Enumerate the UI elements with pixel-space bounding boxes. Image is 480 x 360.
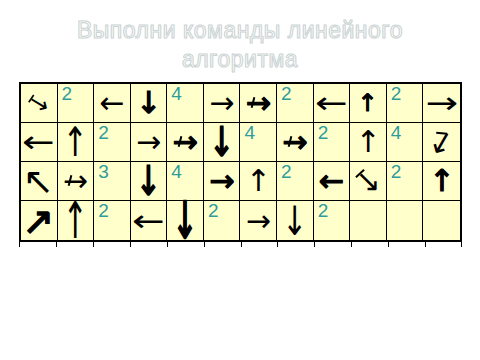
grid-line-stub (314, 242, 315, 247)
grid-cell-r3c8: 2 (277, 162, 314, 201)
arrow-down-right-crossed-icon: ↘ (355, 166, 380, 196)
step-count-label: 2 (98, 200, 109, 221)
step-count-label: 2 (62, 83, 73, 104)
arrow-up-icon: ↑ (358, 91, 378, 115)
slide-title: Выполни команды линейного алгоритма (0, 16, 480, 74)
grid-cell-r2c8: → (277, 123, 314, 162)
grid-cell-r2c2: ↑ (58, 123, 95, 162)
grid-cell-r4c1: ↗ (21, 201, 58, 240)
grid-line-stub (351, 242, 352, 247)
grid-cell-r1c4: ↓ (131, 84, 168, 123)
step-count-label: 2 (391, 161, 402, 182)
grid-cell-r4c10 (350, 201, 387, 240)
arrow-down-icon: ↓ (173, 195, 198, 246)
cross-stroke-icon (68, 175, 73, 186)
grid-cell-r4c7: → (240, 201, 277, 240)
step-count-label: 2 (208, 200, 219, 221)
grid-cell-r4c5: ↓ (167, 201, 204, 240)
arrow-right-crossed-icon: → (246, 88, 271, 118)
arrow-right-crossed-icon: → (173, 127, 198, 157)
arrow-down-icon: ↓ (282, 200, 307, 241)
grid-cell-r3c9: ← (314, 162, 351, 201)
arrow-right-icon: → (136, 127, 161, 157)
step-count-label: 2 (281, 161, 292, 182)
cross-stroke-icon (28, 95, 34, 103)
step-count-label: 2 (98, 122, 109, 143)
grid-cell-r1c12: → (423, 84, 460, 123)
grid-cell-r2c6: ↓ (204, 123, 241, 162)
grid-cell-r2c5: → (167, 123, 204, 162)
step-count-label: 2 (318, 122, 329, 143)
grid-line-stubs (19, 242, 462, 248)
arrow-up-icon: ↑ (429, 166, 454, 196)
grid-line-stub (56, 242, 57, 247)
grid-line-stub (204, 242, 205, 247)
grid-cell-r3c7: ↑ (240, 162, 277, 201)
arrow-left-icon: ← (99, 88, 124, 118)
step-count-label: 2 (318, 200, 329, 221)
grid-cell-r1c3: ← (94, 84, 131, 123)
arrow-up-icon: ↑ (355, 127, 380, 157)
grid-cell-r1c9: ← (314, 84, 351, 123)
grid-cell-r1c7: → (240, 84, 277, 123)
grid-cell-r2c10: ↑ (350, 123, 387, 162)
grid-cell-r4c11 (387, 201, 424, 240)
grid-cell-r3c11: 2 (387, 162, 424, 201)
grid-cell-r2c11: 4 (387, 123, 424, 162)
command-grid: ↘2←↓4→→2←↑2→←↑2→→↓4→2↑4↙↖→3↓4→↑2←↘2↑↗↑2←… (21, 84, 460, 240)
arrow-up-left-icon: ↖ (23, 162, 54, 200)
grid-cell-r4c4: ← (131, 201, 168, 240)
grid-line-stub (19, 242, 20, 247)
grid-line-stub (130, 242, 131, 247)
arrow-right-crossed-icon: → (282, 127, 307, 157)
step-count-label: 2 (281, 83, 292, 104)
grid-cell-r2c9: 2 (314, 123, 351, 162)
arrow-up-icon: ↑ (63, 122, 88, 163)
command-grid-frame: ↘2←↓4→→2←↑2→←↑2→→↓4→2↑4↙↖→3↓4→↑2←↘2↑↗↑2←… (19, 82, 462, 242)
grid-line-stub (241, 242, 242, 247)
grid-cell-r1c5: 4 (167, 84, 204, 123)
step-count-label: 4 (171, 161, 182, 182)
arrow-down-icon: ↓ (136, 88, 161, 118)
arrow-up-icon: ↑ (246, 166, 271, 196)
arrow-up-right-icon: ↗ (23, 202, 54, 240)
arrow-right-icon: → (209, 88, 234, 118)
arrow-right-icon: → (209, 166, 234, 196)
arrow-down-icon: ↓ (209, 122, 234, 163)
arrow-left-icon: ← (22, 127, 55, 157)
arrow-up-icon: ↑ (63, 195, 88, 246)
grid-cell-r4c6: 2 (204, 201, 241, 240)
grid-cell-r4c8: ↓ (277, 201, 314, 240)
grid-cell-r1c1: ↘ (21, 84, 58, 123)
cross-stroke-icon (178, 136, 183, 147)
grid-line-stub (93, 242, 94, 247)
slide-title-line1: Выполни команды линейного (0, 16, 480, 45)
grid-cell-r4c12 (423, 201, 460, 240)
grid-cell-r4c9: 2 (314, 201, 351, 240)
arrow-right-icon: → (246, 206, 271, 236)
grid-cell-r2c1: ← (21, 123, 58, 162)
grid-cell-r1c10: ↑ (350, 84, 387, 123)
arrow-down-icon: ↓ (136, 161, 161, 202)
step-count-label: 4 (244, 122, 255, 143)
slide-title-line2: алгоритма (0, 45, 480, 74)
grid-cell-r3c1: ↖ (21, 162, 58, 201)
arrow-right-icon: → (425, 88, 458, 118)
grid-line-stub (167, 242, 168, 247)
grid-cell-r2c12: ↙ (423, 123, 460, 162)
arrow-left-icon: ← (319, 166, 344, 196)
arrow-left-icon: ← (315, 88, 348, 118)
cross-stroke-icon (356, 169, 366, 178)
worksheet-slide: Выполни команды линейного алгоритма ↘2←↓… (0, 0, 480, 360)
arrow-down-right-crossed-icon: ↘ (26, 89, 51, 117)
grid-cell-r3c3: 3 (94, 162, 131, 201)
grid-line-stub (388, 242, 389, 247)
grid-cell-r2c3: 2 (94, 123, 131, 162)
step-count-label: 4 (391, 122, 402, 143)
grid-cell-r3c4: ↓ (131, 162, 168, 201)
grid-cell-r2c7: 4 (240, 123, 277, 162)
step-count-label: 2 (391, 83, 402, 104)
cross-stroke-icon (436, 132, 447, 135)
grid-cell-r4c3: 2 (94, 201, 131, 240)
cross-stroke-icon (251, 97, 256, 108)
grid-cell-r1c8: 2 (277, 84, 314, 123)
step-count-label: 3 (98, 161, 109, 182)
step-count-label: 4 (171, 83, 182, 104)
grid-line-stub (461, 242, 462, 247)
grid-cell-r3c10: ↘ (350, 162, 387, 201)
grid-cell-r1c11: 2 (387, 84, 424, 123)
cross-stroke-icon (288, 136, 293, 147)
grid-cell-r4c2: ↑ (58, 201, 95, 240)
arrow-down-left-crossed-icon: ↙ (426, 124, 458, 159)
grid-cell-r3c6: → (204, 162, 241, 201)
grid-line-stub (425, 242, 426, 247)
grid-cell-r3c12: ↑ (423, 162, 460, 201)
grid-line-stub (277, 242, 278, 247)
arrow-left-icon: ← (132, 206, 165, 236)
